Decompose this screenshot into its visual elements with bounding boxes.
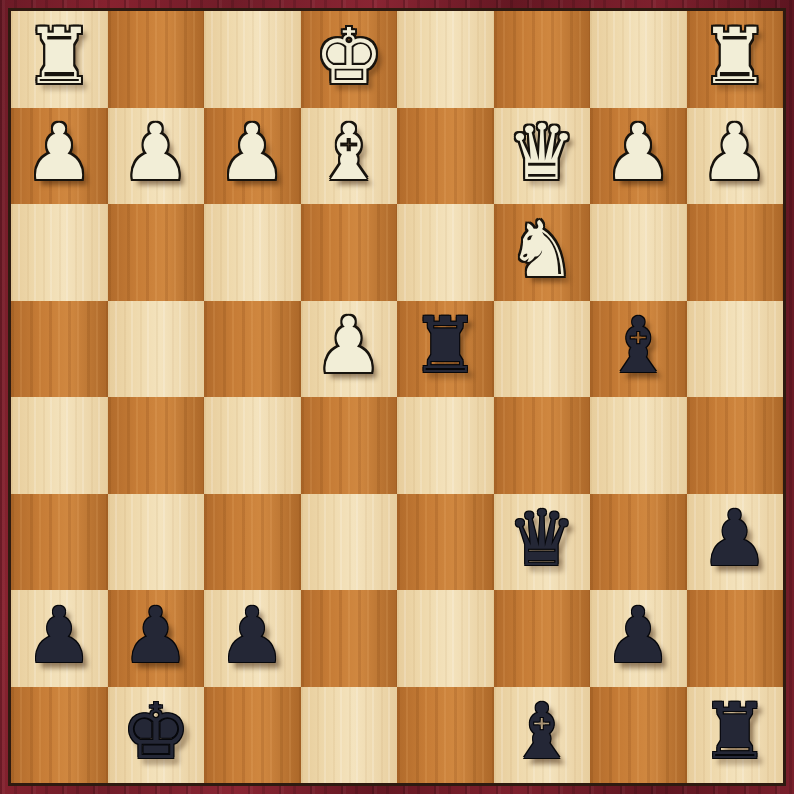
square-e5[interactable] [301, 397, 398, 494]
square-e1[interactable]: ♚ [301, 11, 398, 108]
black-pawn-on-f7: ♟ [218, 597, 287, 674]
square-c7[interactable] [494, 590, 591, 687]
square-e3[interactable] [301, 204, 398, 301]
white-king-on-e1: ♚ [314, 18, 383, 95]
square-a4[interactable] [687, 301, 784, 398]
square-f5[interactable] [204, 397, 301, 494]
black-rook-on-a8: ♜ [700, 693, 769, 770]
square-g4[interactable] [108, 301, 205, 398]
board-frame: ♜♚♜♟♟♟♝♛♟♟♞♟♜♝♛♟♟♟♟♟♚♝♜ [0, 0, 794, 794]
white-bishop-on-e2: ♝ [314, 114, 383, 191]
black-queen-on-c6: ♛ [507, 500, 576, 577]
square-d3[interactable] [397, 204, 494, 301]
square-d7[interactable] [397, 590, 494, 687]
board-inner-border: ♜♚♜♟♟♟♝♛♟♟♞♟♜♝♛♟♟♟♟♟♚♝♜ [8, 8, 786, 786]
white-pawn-on-g2: ♟ [121, 114, 190, 191]
square-c1[interactable] [494, 11, 591, 108]
square-e2[interactable]: ♝ [301, 108, 398, 205]
white-pawn-on-a2: ♟ [700, 114, 769, 191]
square-b4[interactable]: ♝ [590, 301, 687, 398]
square-h7[interactable]: ♟ [11, 590, 108, 687]
square-g5[interactable] [108, 397, 205, 494]
square-d8[interactable] [397, 687, 494, 784]
square-h3[interactable] [11, 204, 108, 301]
square-g8[interactable]: ♚ [108, 687, 205, 784]
square-b3[interactable] [590, 204, 687, 301]
chess-board: ♜♚♜♟♟♟♝♛♟♟♞♟♜♝♛♟♟♟♟♟♚♝♜ [11, 11, 783, 783]
square-a8[interactable]: ♜ [687, 687, 784, 784]
square-c4[interactable] [494, 301, 591, 398]
square-h8[interactable] [11, 687, 108, 784]
square-d6[interactable] [397, 494, 494, 591]
square-a5[interactable] [687, 397, 784, 494]
black-pawn-on-g7: ♟ [121, 597, 190, 674]
square-h1[interactable]: ♜ [11, 11, 108, 108]
black-bishop-on-b4: ♝ [604, 307, 673, 384]
square-a6[interactable]: ♟ [687, 494, 784, 591]
white-knight-on-c3: ♞ [507, 211, 576, 288]
black-bishop-on-c8: ♝ [507, 693, 576, 770]
white-pawn-on-f2: ♟ [218, 114, 287, 191]
white-pawn-on-e4: ♟ [314, 307, 383, 384]
black-pawn-on-a6: ♟ [700, 500, 769, 577]
square-b8[interactable] [590, 687, 687, 784]
square-d1[interactable] [397, 11, 494, 108]
square-b2[interactable]: ♟ [590, 108, 687, 205]
square-h2[interactable]: ♟ [11, 108, 108, 205]
square-f2[interactable]: ♟ [204, 108, 301, 205]
square-b7[interactable]: ♟ [590, 590, 687, 687]
white-rook-on-a1: ♜ [700, 18, 769, 95]
white-queen-on-c2: ♛ [507, 114, 576, 191]
square-e8[interactable] [301, 687, 398, 784]
square-d5[interactable] [397, 397, 494, 494]
square-b6[interactable] [590, 494, 687, 591]
square-f4[interactable] [204, 301, 301, 398]
black-rook-on-d4: ♜ [411, 307, 480, 384]
square-c3[interactable]: ♞ [494, 204, 591, 301]
white-pawn-on-b2: ♟ [604, 114, 673, 191]
white-rook-on-h1: ♜ [25, 18, 94, 95]
square-c5[interactable] [494, 397, 591, 494]
white-pawn-on-h2: ♟ [25, 114, 94, 191]
square-a3[interactable] [687, 204, 784, 301]
black-king-on-g8: ♚ [121, 693, 190, 770]
square-g1[interactable] [108, 11, 205, 108]
square-f8[interactable] [204, 687, 301, 784]
square-h4[interactable] [11, 301, 108, 398]
square-d4[interactable]: ♜ [397, 301, 494, 398]
square-e7[interactable] [301, 590, 398, 687]
square-h6[interactable] [11, 494, 108, 591]
square-f3[interactable] [204, 204, 301, 301]
black-pawn-on-h7: ♟ [25, 597, 94, 674]
square-g6[interactable] [108, 494, 205, 591]
square-g3[interactable] [108, 204, 205, 301]
square-b5[interactable] [590, 397, 687, 494]
square-b1[interactable] [590, 11, 687, 108]
square-a2[interactable]: ♟ [687, 108, 784, 205]
square-d2[interactable] [397, 108, 494, 205]
square-a7[interactable] [687, 590, 784, 687]
square-c2[interactable]: ♛ [494, 108, 591, 205]
square-e4[interactable]: ♟ [301, 301, 398, 398]
square-g7[interactable]: ♟ [108, 590, 205, 687]
square-g2[interactable]: ♟ [108, 108, 205, 205]
square-a1[interactable]: ♜ [687, 11, 784, 108]
square-f6[interactable] [204, 494, 301, 591]
square-h5[interactable] [11, 397, 108, 494]
square-f7[interactable]: ♟ [204, 590, 301, 687]
square-c8[interactable]: ♝ [494, 687, 591, 784]
square-e6[interactable] [301, 494, 398, 591]
square-f1[interactable] [204, 11, 301, 108]
black-pawn-on-b7: ♟ [604, 597, 673, 674]
square-c6[interactable]: ♛ [494, 494, 591, 591]
